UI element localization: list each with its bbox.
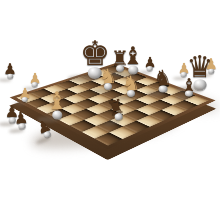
piece-shadow (92, 89, 110, 93)
piece-shadow (36, 136, 51, 145)
piece-dark-bishop-g3[interactable]: ♝ (181, 76, 197, 97)
piece-dark-bishop-g7[interactable]: ♝ (122, 44, 144, 74)
piece-shadow (0, 79, 11, 82)
piece-dark-pawn-offboard[interactable]: ♟ (13, 110, 29, 130)
piece-dark-knight-g4[interactable]: ♞ (154, 68, 173, 93)
piece-light-pawn-a8[interactable]: ♟ (19, 86, 32, 102)
piece-light-knight-e5[interactable]: ♞ (122, 73, 140, 97)
piece-shadow (174, 96, 190, 100)
piece-shadow (0, 122, 13, 126)
piece-shadow (68, 75, 99, 82)
piece-shadow (146, 91, 165, 96)
pieces-layer: ♚♜♝♟♞♞♞♛♝♜♟♝♟♟♟♟♟♟♟ (0, 0, 220, 220)
piece-dark-pawn-offboard[interactable]: ♟ (3, 62, 16, 79)
piece-light-knight-e6[interactable]: ♞ (99, 66, 117, 90)
piece-shadow (104, 118, 122, 126)
piece-light-bishop-a5[interactable]: ♝ (46, 89, 68, 119)
chess-set-photo: ♚♜♝♟♞♞♞♛♝♜♟♝♟♟♟♟♟♟♟ (0, 0, 220, 220)
piece-shadow (9, 128, 24, 133)
